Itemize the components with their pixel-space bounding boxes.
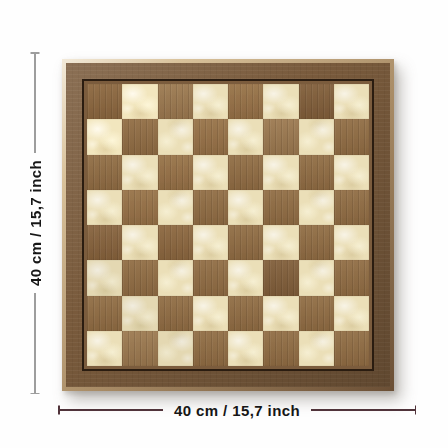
square-r7c8 (334, 296, 369, 331)
square-r1c3 (158, 84, 193, 119)
square-r6c1 (87, 260, 122, 295)
square-r8c7 (299, 331, 334, 366)
square-r2c3 (158, 119, 193, 154)
square-r7c7 (299, 296, 334, 331)
square-r3c5 (228, 155, 263, 190)
square-r8c4 (193, 331, 228, 366)
square-r2c5 (228, 119, 263, 154)
square-r2c1 (87, 119, 122, 154)
square-r6c2 (122, 260, 157, 295)
square-r5c2 (122, 225, 157, 260)
square-r1c5 (228, 84, 263, 119)
square-r6c3 (158, 260, 193, 295)
square-r7c1 (87, 296, 122, 331)
dimension-line-horizontal-right (311, 409, 416, 411)
square-r3c1 (87, 155, 122, 190)
square-r5c3 (158, 225, 193, 260)
width-dimension: 40 cm / 15,7 inch (58, 401, 416, 419)
square-r7c6 (263, 296, 298, 331)
square-r2c7 (299, 119, 334, 154)
square-r8c3 (158, 331, 193, 366)
square-r4c2 (122, 190, 157, 225)
square-r5c7 (299, 225, 334, 260)
square-r7c4 (193, 296, 228, 331)
square-r8c5 (228, 331, 263, 366)
square-r1c8 (334, 84, 369, 119)
square-r6c8 (334, 260, 369, 295)
dimension-line-horizontal-left (58, 409, 163, 411)
square-r3c4 (193, 155, 228, 190)
square-r4c1 (87, 190, 122, 225)
square-r4c7 (299, 190, 334, 225)
square-r1c2 (122, 84, 157, 119)
square-r7c2 (122, 296, 157, 331)
board-frame (66, 63, 390, 387)
square-r2c2 (122, 119, 157, 154)
board-grid (87, 84, 369, 366)
board-frame-bevel (62, 59, 394, 391)
square-r2c4 (193, 119, 228, 154)
square-r5c8 (334, 225, 369, 260)
square-r6c5 (228, 260, 263, 295)
square-r1c4 (193, 84, 228, 119)
square-r6c6 (263, 260, 298, 295)
square-r3c2 (122, 155, 157, 190)
square-r4c5 (228, 190, 263, 225)
square-r7c3 (158, 296, 193, 331)
square-r1c6 (263, 84, 298, 119)
dimension-line-vertical-bottom (34, 293, 36, 394)
square-r4c8 (334, 190, 369, 225)
square-r6c7 (299, 260, 334, 295)
square-r7c5 (228, 296, 263, 331)
square-r1c7 (299, 84, 334, 119)
square-r3c8 (334, 155, 369, 190)
square-r3c6 (263, 155, 298, 190)
square-r8c2 (122, 331, 157, 366)
board-inner-border (82, 79, 374, 371)
square-r3c3 (158, 155, 193, 190)
square-r8c8 (334, 331, 369, 366)
chess-board (62, 59, 394, 391)
square-r2c8 (334, 119, 369, 154)
square-r8c6 (263, 331, 298, 366)
square-r5c5 (228, 225, 263, 260)
square-r4c6 (263, 190, 298, 225)
square-r8c1 (87, 331, 122, 366)
height-dimension: 40 cm / 15,7 inch (26, 52, 44, 394)
square-r3c7 (299, 155, 334, 190)
square-r4c3 (158, 190, 193, 225)
width-label: 40 cm / 15,7 inch (174, 402, 300, 419)
square-r2c6 (263, 119, 298, 154)
square-r1c1 (87, 84, 122, 119)
product-photo: 40 cm / 15,7 inch 40 cm / 15,7 inch (0, 0, 448, 448)
height-label: 40 cm / 15,7 inch (27, 160, 44, 286)
square-r5c1 (87, 225, 122, 260)
square-r4c4 (193, 190, 228, 225)
dimension-line-vertical-top (34, 52, 36, 153)
square-r5c4 (193, 225, 228, 260)
square-r5c6 (263, 225, 298, 260)
square-r6c4 (193, 260, 228, 295)
